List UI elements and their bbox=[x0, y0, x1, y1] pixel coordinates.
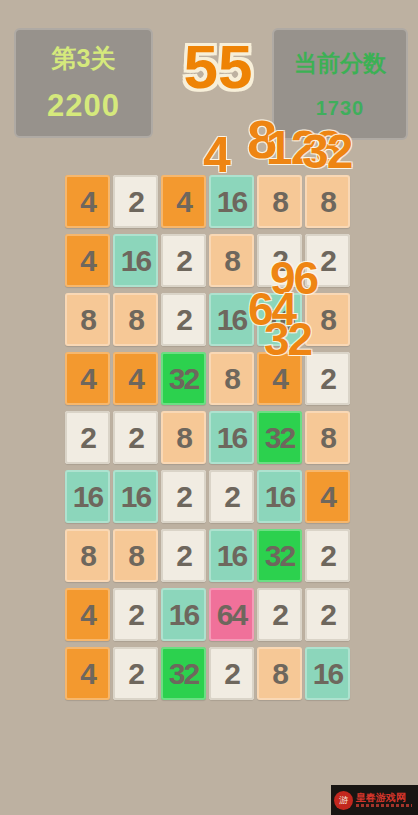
tile-r4c6: 2 bbox=[305, 352, 350, 405]
watermark-logo-icon: 游 bbox=[334, 791, 353, 810]
tile-r6c5: 16 bbox=[257, 470, 302, 523]
tile-r8c5: 2 bbox=[257, 588, 302, 641]
tile-r6c3: 2 bbox=[161, 470, 206, 523]
score-label: 当前分数 bbox=[294, 48, 386, 79]
tile-r4c1: 4 bbox=[65, 352, 110, 405]
moves-counter: 55 bbox=[178, 36, 258, 98]
tile-r5c2: 2 bbox=[113, 411, 158, 464]
tile-r8c3: 16 bbox=[161, 588, 206, 641]
tile-r5c1: 2 bbox=[65, 411, 110, 464]
tile-r1c5: 8 bbox=[257, 175, 302, 228]
tile-r8c1: 4 bbox=[65, 588, 110, 641]
score-value: 1730 bbox=[316, 97, 365, 120]
tile-r7c1: 8 bbox=[65, 529, 110, 582]
level-panel: 第3关 2200 bbox=[14, 28, 153, 138]
watermark: 游 皇春游戏网 bbox=[331, 785, 418, 815]
game-screen: 第3关 2200 55 当前分数 1730 424168841628228821… bbox=[0, 0, 418, 815]
level-label: 第3关 bbox=[52, 42, 116, 75]
score-popup-1: 4 bbox=[203, 130, 229, 180]
tile-r9c3: 32 bbox=[161, 647, 206, 700]
tile-r7c5: 32 bbox=[257, 529, 302, 582]
tile-r3c3: 2 bbox=[161, 293, 206, 346]
tile-r6c1: 16 bbox=[65, 470, 110, 523]
tile-r9c5: 8 bbox=[257, 647, 302, 700]
tile-r9c1: 4 bbox=[65, 647, 110, 700]
tile-r3c1: 8 bbox=[65, 293, 110, 346]
tile-r2c2: 16 bbox=[113, 234, 158, 287]
tile-r5c4: 16 bbox=[209, 411, 254, 464]
tile-r5c6: 8 bbox=[305, 411, 350, 464]
tile-r1c6: 8 bbox=[305, 175, 350, 228]
tile-r8c4: 64 bbox=[209, 588, 254, 641]
level-goal-value: 2200 bbox=[47, 88, 120, 124]
tile-r8c2: 2 bbox=[113, 588, 158, 641]
score-popup-4: 32 bbox=[302, 128, 351, 176]
tile-r7c4: 16 bbox=[209, 529, 254, 582]
tile-r9c4: 2 bbox=[209, 647, 254, 700]
tile-r9c6: 16 bbox=[305, 647, 350, 700]
tile-r1c3: 4 bbox=[161, 175, 206, 228]
watermark-text: 皇春游戏网 bbox=[356, 793, 412, 803]
tile-r6c2: 16 bbox=[113, 470, 158, 523]
tile-r5c5: 32 bbox=[257, 411, 302, 464]
tile-r7c3: 2 bbox=[161, 529, 206, 582]
watermark-subline bbox=[356, 804, 412, 807]
tile-r2c4: 8 bbox=[209, 234, 254, 287]
tile-r1c1: 4 bbox=[65, 175, 110, 228]
tile-r6c6: 4 bbox=[305, 470, 350, 523]
tile-r4c3: 32 bbox=[161, 352, 206, 405]
tile-r1c2: 2 bbox=[113, 175, 158, 228]
tile-r2c1: 4 bbox=[65, 234, 110, 287]
tile-r6c4: 2 bbox=[209, 470, 254, 523]
tile-r8c6: 2 bbox=[305, 588, 350, 641]
tile-r3c2: 8 bbox=[113, 293, 158, 346]
score-popup-7: 32 bbox=[264, 316, 311, 362]
tile-r2c3: 2 bbox=[161, 234, 206, 287]
tile-r4c2: 4 bbox=[113, 352, 158, 405]
tile-r7c6: 2 bbox=[305, 529, 350, 582]
tile-r4c4: 8 bbox=[209, 352, 254, 405]
tile-r7c2: 8 bbox=[113, 529, 158, 582]
tile-r9c2: 2 bbox=[113, 647, 158, 700]
tile-r5c3: 8 bbox=[161, 411, 206, 464]
